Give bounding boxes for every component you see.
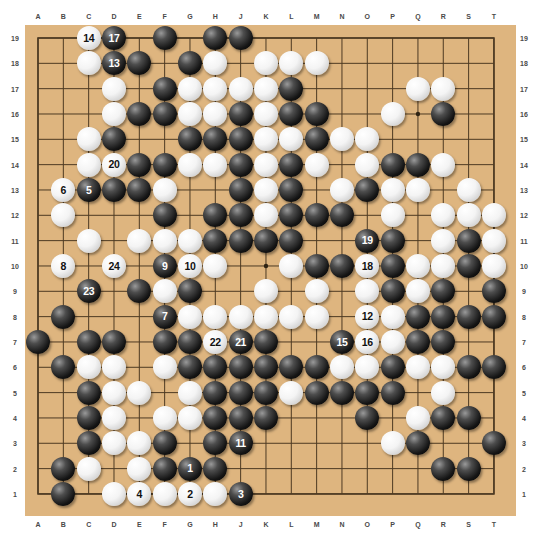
move-number-5: 5 xyxy=(86,185,91,196)
row-label-right: 5 xyxy=(522,389,526,396)
column-label-top: N xyxy=(339,13,344,20)
black-stone-P5 xyxy=(381,381,405,405)
move-number-11: 11 xyxy=(235,438,245,449)
white-stone-C18 xyxy=(77,51,101,75)
black-stone-C13: 5 xyxy=(77,178,101,202)
column-label-top: B xyxy=(61,13,66,20)
black-stone-B8 xyxy=(51,305,75,329)
white-stone-P8 xyxy=(381,305,405,329)
white-stone-C2 xyxy=(77,457,101,481)
white-stone-F11 xyxy=(153,229,177,253)
column-label-top: E xyxy=(137,13,142,20)
white-stone-G5 xyxy=(178,381,202,405)
row-label-right: 2 xyxy=(522,465,526,472)
black-stone-R2 xyxy=(431,457,455,481)
column-label-bottom: F xyxy=(163,521,167,528)
black-stone-D19: 17 xyxy=(102,26,126,50)
column-label-top: H xyxy=(213,13,218,20)
white-stone-G17 xyxy=(178,77,202,101)
white-stone-D5 xyxy=(102,381,126,405)
column-label-top: F xyxy=(163,13,167,20)
black-stone-K11 xyxy=(254,229,278,253)
white-stone-D14: 20 xyxy=(102,153,126,177)
move-number-15: 15 xyxy=(337,337,348,348)
black-stone-F2 xyxy=(153,457,177,481)
column-label-top: M xyxy=(314,13,320,20)
white-stone-Q4 xyxy=(406,406,430,430)
white-stone-O14 xyxy=(355,153,379,177)
white-stone-C19: 14 xyxy=(77,26,101,50)
row-label-left: 16 xyxy=(11,110,19,117)
black-stone-L17 xyxy=(279,77,303,101)
black-stone-N5 xyxy=(330,381,354,405)
white-stone-T10 xyxy=(482,254,506,278)
white-stone-Q13 xyxy=(406,178,430,202)
row-label-left: 14 xyxy=(11,161,19,168)
black-stone-D13 xyxy=(102,178,126,202)
go-diagram-page: AABBCCDDEEFFGGHHJJKKLLMMNNOOPPQQRRSSTT19… xyxy=(0,0,540,540)
black-stone-J19 xyxy=(229,26,253,50)
white-stone-H17 xyxy=(203,77,227,101)
column-label-top: T xyxy=(492,13,496,20)
black-stone-H2 xyxy=(203,457,227,481)
black-stone-J13 xyxy=(229,178,253,202)
black-stone-M15 xyxy=(305,127,329,151)
go-board[interactable]: AABBCCDDEEFFGGHHJJKKLLMMNNOOPPQQRRSSTT19… xyxy=(0,0,540,540)
white-stone-T11 xyxy=(482,229,506,253)
white-stone-J17 xyxy=(229,77,253,101)
white-stone-S13 xyxy=(457,178,481,202)
column-label-bottom: B xyxy=(61,521,66,528)
white-stone-J8 xyxy=(229,305,253,329)
black-stone-B2 xyxy=(51,457,75,481)
black-stone-M5 xyxy=(305,381,329,405)
black-stone-J5 xyxy=(229,381,253,405)
white-stone-K17 xyxy=(254,77,278,101)
row-label-left: 11 xyxy=(11,237,18,244)
star-point xyxy=(416,112,420,116)
black-stone-N7: 15 xyxy=(330,330,354,354)
star-point xyxy=(264,264,268,268)
white-stone-N13 xyxy=(330,178,354,202)
black-stone-S2 xyxy=(457,457,481,481)
white-stone-K13 xyxy=(254,178,278,202)
white-stone-K8 xyxy=(254,305,278,329)
black-stone-D7 xyxy=(102,330,126,354)
column-label-bottom: Q xyxy=(415,521,420,528)
row-label-left: 9 xyxy=(13,288,17,295)
row-label-left: 19 xyxy=(11,35,19,42)
row-label-right: 13 xyxy=(520,186,528,193)
column-label-top: G xyxy=(187,13,192,20)
row-label-left: 7 xyxy=(13,338,17,345)
black-stone-F10: 9 xyxy=(153,254,177,278)
white-stone-R11 xyxy=(431,229,455,253)
move-number-19: 19 xyxy=(362,235,373,246)
black-stone-H5 xyxy=(203,381,227,405)
row-label-right: 6 xyxy=(522,364,526,371)
black-stone-J11 xyxy=(229,229,253,253)
white-stone-L8 xyxy=(279,305,303,329)
black-stone-J1: 3 xyxy=(229,482,253,506)
white-stone-L5 xyxy=(279,381,303,405)
white-stone-C6 xyxy=(77,355,101,379)
move-number-9: 9 xyxy=(162,261,167,272)
white-stone-D16 xyxy=(102,102,126,126)
white-stone-R17 xyxy=(431,77,455,101)
black-stone-P11 xyxy=(381,229,405,253)
black-stone-A7 xyxy=(26,330,50,354)
move-number-4: 4 xyxy=(137,489,142,500)
white-stone-G10: 10 xyxy=(178,254,202,278)
black-stone-S8 xyxy=(457,305,481,329)
row-label-left: 17 xyxy=(11,85,19,92)
row-label-left: 12 xyxy=(11,212,19,219)
white-stone-S12 xyxy=(457,203,481,227)
column-label-bottom: P xyxy=(390,521,395,528)
column-label-bottom: R xyxy=(441,521,446,528)
black-stone-P6 xyxy=(381,355,405,379)
white-stone-P7 xyxy=(381,330,405,354)
black-stone-C7 xyxy=(77,330,101,354)
row-label-right: 4 xyxy=(522,414,526,421)
black-stone-J16 xyxy=(229,102,253,126)
white-stone-E11 xyxy=(127,229,151,253)
row-label-left: 13 xyxy=(11,186,19,193)
black-stone-M6 xyxy=(305,355,329,379)
row-label-left: 15 xyxy=(11,136,19,143)
row-label-right: 19 xyxy=(520,35,528,42)
white-stone-E2 xyxy=(127,457,151,481)
column-label-bottom: T xyxy=(492,521,496,528)
black-stone-Q8 xyxy=(406,305,430,329)
white-stone-P13 xyxy=(381,178,405,202)
white-stone-E5 xyxy=(127,381,151,405)
white-stone-D1 xyxy=(102,482,126,506)
white-stone-F6 xyxy=(153,355,177,379)
column-label-top: R xyxy=(441,13,446,20)
black-stone-F17 xyxy=(153,77,177,101)
white-stone-K14 xyxy=(254,153,278,177)
black-stone-C3 xyxy=(77,431,101,455)
column-label-bottom: A xyxy=(35,521,40,528)
black-stone-P9 xyxy=(381,279,405,303)
column-label-top: S xyxy=(466,13,471,20)
move-number-10: 10 xyxy=(185,261,196,272)
move-number-6: 6 xyxy=(61,185,66,196)
row-label-right: 8 xyxy=(522,313,526,320)
move-number-16: 16 xyxy=(362,337,373,348)
move-number-21: 21 xyxy=(235,337,246,348)
white-stone-K16 xyxy=(254,102,278,126)
move-number-23: 23 xyxy=(83,286,94,297)
black-stone-K7 xyxy=(254,330,278,354)
black-stone-E14 xyxy=(127,153,151,177)
move-number-1: 1 xyxy=(187,463,192,474)
black-stone-T8 xyxy=(482,305,506,329)
row-label-right: 12 xyxy=(520,212,528,219)
row-label-left: 10 xyxy=(11,262,19,269)
column-label-top: O xyxy=(365,13,370,20)
black-stone-J14 xyxy=(229,153,253,177)
white-stone-F4 xyxy=(153,406,177,430)
move-number-13: 13 xyxy=(109,58,120,69)
black-stone-M12 xyxy=(305,203,329,227)
row-label-right: 3 xyxy=(522,440,526,447)
move-number-8: 8 xyxy=(61,261,66,272)
column-label-bottom: K xyxy=(263,521,268,528)
move-number-14: 14 xyxy=(83,33,94,44)
row-label-right: 1 xyxy=(522,490,526,497)
white-stone-D17 xyxy=(102,77,126,101)
move-number-17: 17 xyxy=(109,33,120,44)
black-stone-F7 xyxy=(153,330,177,354)
column-label-top: D xyxy=(111,13,116,20)
black-stone-J6 xyxy=(229,355,253,379)
black-stone-L11 xyxy=(279,229,303,253)
move-number-12: 12 xyxy=(362,311,373,322)
white-stone-C15 xyxy=(77,127,101,151)
column-label-bottom: N xyxy=(339,521,344,528)
white-stone-R14 xyxy=(431,153,455,177)
white-stone-H8 xyxy=(203,305,227,329)
move-number-24: 24 xyxy=(109,261,120,272)
white-stone-O8: 12 xyxy=(355,305,379,329)
black-stone-S10 xyxy=(457,254,481,278)
column-label-top: A xyxy=(35,13,40,20)
white-stone-M8 xyxy=(305,305,329,329)
black-stone-C5 xyxy=(77,381,101,405)
black-stone-C4 xyxy=(77,406,101,430)
black-stone-K5 xyxy=(254,381,278,405)
row-label-left: 5 xyxy=(13,389,17,396)
white-stone-H14 xyxy=(203,153,227,177)
black-stone-R8 xyxy=(431,305,455,329)
row-label-right: 10 xyxy=(520,262,528,269)
black-stone-J4 xyxy=(229,406,253,430)
move-number-7: 7 xyxy=(162,311,167,322)
white-stone-F13 xyxy=(153,178,177,202)
black-stone-G2: 1 xyxy=(178,457,202,481)
row-label-left: 18 xyxy=(11,60,19,67)
black-stone-J12 xyxy=(229,203,253,227)
column-label-bottom: D xyxy=(111,521,116,528)
black-stone-L14 xyxy=(279,153,303,177)
row-label-left: 1 xyxy=(13,490,17,497)
column-label-top: J xyxy=(239,13,243,20)
row-label-right: 7 xyxy=(522,338,526,345)
black-stone-M10 xyxy=(305,254,329,278)
move-number-22: 22 xyxy=(210,337,221,348)
row-label-left: 4 xyxy=(13,414,17,421)
column-label-top: L xyxy=(289,13,293,20)
white-stone-R5 xyxy=(431,381,455,405)
black-stone-F19 xyxy=(153,26,177,50)
black-stone-F14 xyxy=(153,153,177,177)
move-number-3: 3 xyxy=(238,489,243,500)
column-label-bottom: E xyxy=(137,521,142,528)
row-label-right: 9 xyxy=(522,288,526,295)
column-label-top: K xyxy=(263,13,268,20)
black-stone-J7: 21 xyxy=(229,330,253,354)
white-stone-C14 xyxy=(77,153,101,177)
black-stone-S11 xyxy=(457,229,481,253)
row-label-left: 3 xyxy=(13,440,17,447)
row-label-right: 17 xyxy=(520,85,528,92)
white-stone-D10: 24 xyxy=(102,254,126,278)
column-label-top: C xyxy=(86,13,91,20)
move-number-2: 2 xyxy=(187,489,192,500)
black-stone-K4 xyxy=(254,406,278,430)
row-label-left: 6 xyxy=(13,364,17,371)
column-label-bottom: O xyxy=(365,521,370,528)
black-stone-Q14 xyxy=(406,153,430,177)
column-label-bottom: L xyxy=(289,521,293,528)
white-stone-M14 xyxy=(305,153,329,177)
black-stone-H11 xyxy=(203,229,227,253)
column-label-top: P xyxy=(390,13,395,20)
white-stone-P16 xyxy=(381,102,405,126)
black-stone-O5 xyxy=(355,381,379,405)
column-label-bottom: G xyxy=(187,521,192,528)
white-stone-M18 xyxy=(305,51,329,75)
white-stone-G11 xyxy=(178,229,202,253)
column-label-top: Q xyxy=(415,13,420,20)
black-stone-J3: 11 xyxy=(229,431,253,455)
white-stone-G4 xyxy=(178,406,202,430)
row-label-right: 11 xyxy=(520,237,527,244)
white-stone-G14 xyxy=(178,153,202,177)
white-stone-P3 xyxy=(381,431,405,455)
white-stone-Q10 xyxy=(406,254,430,278)
white-stone-F1 xyxy=(153,482,177,506)
black-stone-S6 xyxy=(457,355,481,379)
row-label-right: 18 xyxy=(520,60,528,67)
white-stone-G16 xyxy=(178,102,202,126)
black-stone-S4 xyxy=(457,406,481,430)
row-label-left: 8 xyxy=(13,313,17,320)
white-stone-M9 xyxy=(305,279,329,303)
white-stone-D4 xyxy=(102,406,126,430)
black-stone-G7 xyxy=(178,330,202,354)
black-stone-F8: 7 xyxy=(153,305,177,329)
black-stone-P10 xyxy=(381,254,405,278)
column-label-bottom: M xyxy=(314,521,320,528)
black-stone-F12 xyxy=(153,203,177,227)
black-stone-P14 xyxy=(381,153,405,177)
white-stone-F9 xyxy=(153,279,177,303)
column-label-bottom: J xyxy=(239,521,243,528)
row-label-right: 14 xyxy=(520,161,528,168)
column-label-bottom: S xyxy=(466,521,471,528)
column-label-bottom: C xyxy=(86,521,91,528)
black-stone-C9: 23 xyxy=(77,279,101,303)
row-label-left: 2 xyxy=(13,465,17,472)
black-stone-J15 xyxy=(229,127,253,151)
black-stone-F3 xyxy=(153,431,177,455)
white-stone-Q17 xyxy=(406,77,430,101)
white-stone-P12 xyxy=(381,203,405,227)
row-label-right: 15 xyxy=(520,136,528,143)
black-stone-M16 xyxy=(305,102,329,126)
white-stone-C11 xyxy=(77,229,101,253)
white-stone-G8 xyxy=(178,305,202,329)
row-label-right: 16 xyxy=(520,110,528,117)
black-stone-F16 xyxy=(153,102,177,126)
move-number-18: 18 xyxy=(362,261,373,272)
black-stone-N10 xyxy=(330,254,354,278)
black-stone-Q7 xyxy=(406,330,430,354)
column-label-bottom: H xyxy=(213,521,218,528)
move-number-20: 20 xyxy=(109,159,120,170)
white-stone-G1: 2 xyxy=(178,482,202,506)
black-stone-O11: 19 xyxy=(355,229,379,253)
